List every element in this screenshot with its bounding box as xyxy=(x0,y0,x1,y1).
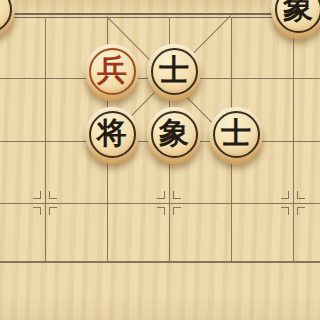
soldier-point-marker xyxy=(173,207,181,215)
piece-red-soldier[interactable]: 兵 xyxy=(85,44,139,98)
soldier-point-marker xyxy=(49,207,57,215)
piece-glyph: 象 xyxy=(159,118,189,150)
piece-glyph: 兵 xyxy=(97,55,127,87)
piece-unknown-piece-edge[interactable] xyxy=(0,0,15,36)
rank-line-4 xyxy=(0,203,320,204)
piece-black-general[interactable]: 将 xyxy=(85,107,139,161)
piece-black-elephant[interactable]: 象 xyxy=(271,0,320,36)
soldier-point-marker xyxy=(157,191,165,199)
soldier-point-marker xyxy=(33,191,41,199)
soldier-point-marker xyxy=(33,207,41,215)
soldier-point-marker xyxy=(281,191,289,199)
piece-glyph: 士 xyxy=(159,55,189,87)
piece-black-elephant[interactable]: 象 xyxy=(147,107,201,161)
piece-black-advisor[interactable]: 士 xyxy=(209,107,263,161)
piece-glyph: 士 xyxy=(221,118,251,150)
piece-glyph: 象 xyxy=(283,0,313,25)
xiangqi-board: 象兵士将象士 xyxy=(0,0,320,320)
file-line-7 xyxy=(293,17,294,262)
soldier-point-marker xyxy=(297,191,305,199)
soldier-point-marker xyxy=(157,207,165,215)
piece-black-advisor[interactable]: 士 xyxy=(147,44,201,98)
soldier-point-marker xyxy=(49,191,57,199)
piece-glyph: 将 xyxy=(97,118,127,150)
file-line-3 xyxy=(45,17,46,262)
soldier-point-marker xyxy=(173,191,181,199)
soldier-point-marker xyxy=(281,207,289,215)
rank-line-5 xyxy=(0,261,320,263)
soldier-point-marker xyxy=(297,207,305,215)
